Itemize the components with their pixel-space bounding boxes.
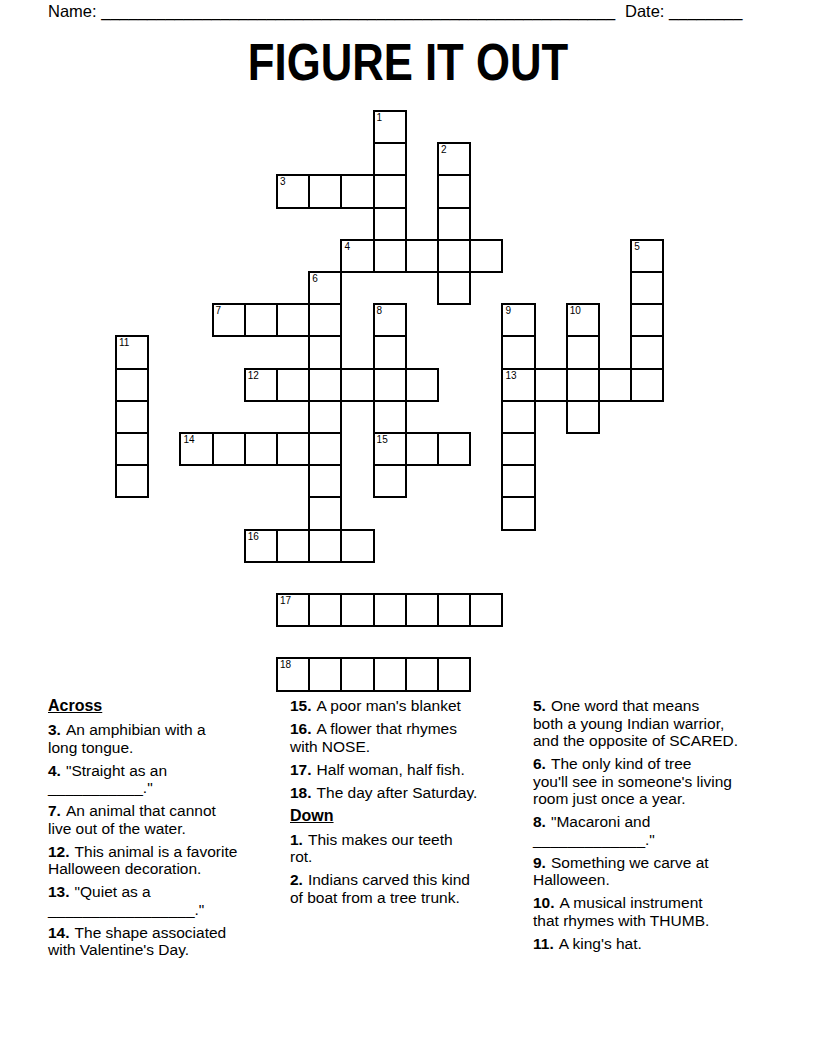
cell-number-7: 7 [216,305,222,317]
clue-text: The shape associated with Valentine's Da… [48,924,226,959]
cell-number-18: 18 [280,659,291,671]
grid-cell-r4c8[interactable] [373,239,407,273]
cell-number-13: 13 [505,370,516,382]
clue-text: This animal is a favorite Halloween deco… [48,843,237,878]
clue-text: One word that means both a young Indian … [533,697,738,749]
clue-text: "Straight as an ___________." [48,762,167,797]
grid-cell-r10c9[interactable] [405,432,439,466]
grid-cell-r13c5[interactable] [276,529,310,563]
cell-number-16: 16 [248,531,259,543]
grid-cell-r10c8[interactable]: 15 [373,432,407,466]
cell-number-17: 17 [280,595,291,607]
grid-cell-r6c5[interactable] [276,303,310,337]
grid-cell-r5c10[interactable] [437,271,471,305]
clue-text: An animal that cannot live out of the wa… [48,802,216,837]
grid-cell-r4c16[interactable]: 5 [630,239,664,273]
clue-column-3: 5.One word that means both a young India… [533,697,788,958]
clue-across-14: 14.The shape associated with Valentine's… [48,924,284,959]
grid-cell-r10c4[interactable] [244,432,278,466]
grid-cell-r10c5[interactable] [276,432,310,466]
date-field: Date: ________ [625,2,742,21]
grid-cell-r8c9[interactable] [405,368,439,402]
clue-number: 5. [533,697,546,714]
clue-across-3: 3.An amphibian with a long tongue. [48,721,284,756]
grid-cell-r10c12[interactable] [501,432,535,466]
grid-cell-r17c10[interactable] [437,657,471,691]
grid-cell-r4c11[interactable] [469,239,503,273]
cell-number-1: 1 [377,112,383,124]
grid-cell-r10c3[interactable] [212,432,246,466]
grid-cell-r9c14[interactable] [566,400,600,434]
clue-section: Across 3.An amphibian with a long tongue… [48,697,788,964]
cell-number-14: 14 [183,434,194,446]
date-blank-line: ________ [669,2,742,20]
name-blank-line: ________________________________________… [101,2,615,20]
grid-cell-r8c8[interactable] [373,368,407,402]
clue-column-2: 15.A poor man's blanket 16.A flower that… [290,697,523,912]
clue-number: 3. [48,721,61,738]
clue-text: "Macaroni and _____________." [533,813,655,848]
grid-cell-r2c10[interactable] [437,174,471,208]
clue-text: Indians carved this kind of boat from a … [290,871,470,906]
grid-cell-r6c3[interactable]: 7 [212,303,246,337]
name-label: Name: [48,2,97,20]
grid-cell-r15c5[interactable]: 17 [276,593,310,627]
grid-cell-r2c5[interactable]: 3 [276,174,310,208]
grid-cell-r15c7[interactable] [340,593,374,627]
clue-down-9: 9.Something we carve at Halloween. [533,854,788,889]
clue-text: A king's hat. [559,935,642,952]
grid-cell-r15c8[interactable] [373,593,407,627]
grid-cell-r3c10[interactable] [437,207,471,241]
clue-number: 1. [290,831,303,848]
cell-number-10: 10 [570,305,581,317]
clue-across-17: 17.Half woman, half fish. [290,761,523,779]
clue-column-1: Across 3.An amphibian with a long tongue… [48,697,284,964]
cell-number-11: 11 [119,337,129,349]
clue-text: A poor man's blanket [317,697,461,714]
grid-cell-r15c11[interactable] [469,593,503,627]
down-header: Down [290,807,523,825]
clue-number: 10. [533,894,555,911]
grid-cell-r12c6[interactable] [308,496,342,530]
clue-number: 18. [290,784,312,801]
clue-number: 15. [290,697,312,714]
grid-cell-r17c5[interactable]: 18 [276,657,310,691]
clue-across-12: 12.This animal is a favorite Halloween d… [48,843,284,878]
grid-cell-r10c0[interactable] [115,432,149,466]
clue-down-8: 8."Macaroni and _____________." [533,813,788,848]
cell-number-6: 6 [312,273,318,285]
grid-cell-r15c10[interactable] [437,593,471,627]
grid-cell-r8c6[interactable] [308,368,342,402]
cell-number-12: 12 [248,370,259,382]
clue-down-11: 11.A king's hat. [533,935,788,953]
grid-cell-r1c8[interactable] [373,142,407,176]
grid-cell-r17c6[interactable] [308,657,342,691]
grid-cell-r9c8[interactable] [373,400,407,434]
clue-number: 17. [290,761,312,778]
grid-cell-r8c7[interactable] [340,368,374,402]
grid-cell-r7c16[interactable] [630,335,664,369]
grid-cell-r13c6[interactable] [308,529,342,563]
grid-cell-r8c0[interactable] [115,368,149,402]
grid-cell-r11c12[interactable] [501,464,535,498]
grid-cell-r7c14[interactable] [566,335,600,369]
grid-cell-r6c8[interactable]: 8 [373,303,407,337]
grid-cell-r5c6[interactable]: 6 [308,271,342,305]
grid-cell-r8c13[interactable] [534,368,568,402]
grid-cell-r0c8[interactable]: 1 [373,110,407,144]
clue-down-1: 1.This makes our teeth rot. [290,831,523,866]
clue-text: A flower that rhymes with NOSE. [290,720,457,755]
grid-cell-r10c10[interactable] [437,432,471,466]
clue-text: A musical instrument that rhymes with TH… [533,894,709,929]
clue-across-7: 7.An animal that cannot live out of the … [48,802,284,837]
puzzle-title: FIGURE IT OUT [65,34,750,91]
grid-cell-r13c7[interactable] [340,529,374,563]
grid-cell-r7c8[interactable] [373,335,407,369]
grid-cell-r12c12[interactable] [501,496,535,530]
clue-number: 7. [48,802,61,819]
clue-text: This makes our teeth rot. [290,831,453,866]
grid-cell-r2c8[interactable] [373,174,407,208]
clue-across-16: 16.A flower that rhymes with NOSE. [290,720,523,755]
grid-cell-r8c12[interactable]: 13 [501,368,535,402]
clue-number: 2. [290,871,303,888]
clue-number: 12. [48,843,70,860]
clue-number: 8. [533,813,546,830]
name-field: Name: __________________________________… [48,2,615,21]
grid-cell-r4c7[interactable]: 4 [340,239,374,273]
grid-cell-r6c6[interactable] [308,303,342,337]
cell-number-2: 2 [441,144,447,156]
across-header: Across [48,697,284,715]
grid-cell-r13c4[interactable]: 16 [244,529,278,563]
clue-down-2: 2.Indians carved this kind of boat from … [290,871,523,906]
clue-down-10: 10.A musical instrument that rhymes with… [533,894,788,929]
clue-text: "Quiet as a _________________." [48,883,204,918]
clue-text: Half woman, half fish. [317,761,465,778]
cell-number-4: 4 [344,241,350,253]
grid-cell-r10c2[interactable]: 14 [179,432,213,466]
grid-cell-r6c4[interactable] [244,303,278,337]
clue-across-4: 4."Straight as an ___________." [48,762,284,797]
clue-number: 9. [533,854,546,871]
clue-across-15: 15.A poor man's blanket [290,697,523,715]
clue-text: Something we carve at Halloween. [533,854,709,889]
grid-cell-r9c12[interactable] [501,400,535,434]
clue-across-18: 18.The day after Saturday. [290,784,523,802]
crossword-grid: 123456789101112131415161718 [115,110,664,692]
grid-cell-r8c16[interactable] [630,368,664,402]
grid-cell-r10c6[interactable] [308,432,342,466]
grid-cell-r4c9[interactable] [405,239,439,273]
grid-cell-r7c0[interactable]: 11 [115,335,149,369]
grid-cell-r17c9[interactable] [405,657,439,691]
clue-text: The day after Saturday. [317,784,478,801]
grid-cell-r6c14[interactable]: 10 [566,303,600,337]
grid-cell-r9c6[interactable] [308,400,342,434]
grid-cell-r6c12[interactable]: 9 [501,303,535,337]
grid-cell-r8c14[interactable] [566,368,600,402]
grid-cell-r1c10[interactable]: 2 [437,142,471,176]
cell-number-3: 3 [280,176,286,188]
clue-text: The only kind of tree you'll see in some… [533,755,732,807]
clue-number: 11. [533,935,554,952]
cell-number-15: 15 [377,434,388,446]
clue-number: 4. [48,762,61,779]
clue-number: 6. [533,755,546,772]
grid-cell-r5c16[interactable] [630,271,664,305]
grid-cell-r2c7[interactable] [340,174,374,208]
grid-cell-r11c6[interactable] [308,464,342,498]
clue-number: 16. [290,720,312,737]
grid-cell-r3c8[interactable] [373,207,407,241]
cell-number-9: 9 [505,305,511,317]
clue-down-6: 6.The only kind of tree you'll see in so… [533,755,788,808]
grid-cell-r11c0[interactable] [115,464,149,498]
grid-cell-r15c6[interactable] [308,593,342,627]
clue-across-13: 13."Quiet as a _________________." [48,883,284,918]
cell-number-8: 8 [377,305,383,317]
worksheet-page: Name: __________________________________… [0,0,816,1056]
grid-cell-r8c4[interactable]: 12 [244,368,278,402]
grid-cell-r8c15[interactable] [598,368,632,402]
clue-down-5: 5.One word that means both a young India… [533,697,788,750]
grid-cell-r6c16[interactable] [630,303,664,337]
date-label: Date: [625,2,664,20]
grid-cell-r8c5[interactable] [276,368,310,402]
grid-cell-r7c6[interactable] [308,335,342,369]
grid-cell-r11c8[interactable] [373,464,407,498]
grid-cell-r17c8[interactable] [373,657,407,691]
clue-number: 13. [48,883,70,900]
clue-text: An amphibian with a long tongue. [48,721,206,756]
grid-cell-r9c0[interactable] [115,400,149,434]
grid-cell-r15c9[interactable] [405,593,439,627]
grid-cell-r2c6[interactable] [308,174,342,208]
grid-cell-r4c10[interactable] [437,239,471,273]
clue-number: 14. [48,924,70,941]
cell-number-5: 5 [634,241,640,253]
grid-cell-r7c12[interactable] [501,335,535,369]
grid-cell-r17c7[interactable] [340,657,374,691]
